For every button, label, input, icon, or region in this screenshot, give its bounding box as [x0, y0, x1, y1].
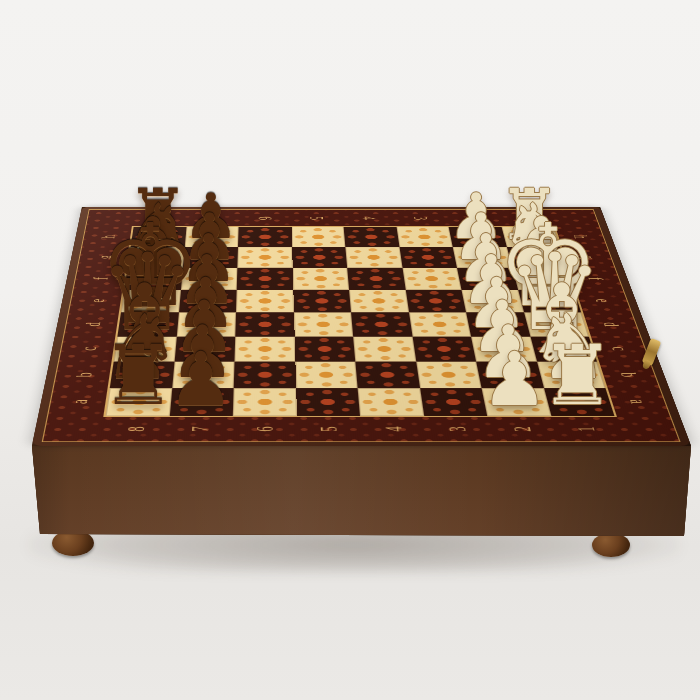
square-f1 [512, 268, 574, 290]
square-b8 [110, 362, 174, 388]
square-a6 [233, 388, 297, 416]
square-g5 [292, 247, 347, 268]
square-d6 [235, 312, 294, 336]
square-b5 [295, 362, 358, 388]
square-e1 [518, 290, 582, 313]
square-e7 [178, 290, 236, 313]
square-b2 [476, 362, 543, 388]
label-rank-near-8: 8 [122, 423, 150, 435]
square-c2 [471, 336, 537, 361]
square-b1 [537, 362, 606, 388]
square-e5 [293, 290, 351, 313]
square-f7 [181, 268, 238, 290]
label-rank-far-3: 3 [409, 214, 432, 222]
square-d5 [294, 312, 354, 336]
label-file-left-d: d [80, 319, 106, 329]
board-scene: 8877665544332211hhggffeeddccbbaa [60, 22, 640, 602]
square-h2 [449, 227, 507, 247]
square-f5 [292, 268, 349, 290]
square-g2 [453, 247, 512, 268]
label-rank-near-7: 7 [186, 423, 214, 435]
square-a5 [296, 388, 360, 416]
label-rank-far-2: 2 [461, 214, 485, 222]
square-b7 [172, 362, 235, 388]
chess-grid [103, 226, 617, 417]
square-e6 [236, 290, 294, 313]
square-h1 [501, 227, 560, 247]
square-f8 [124, 268, 182, 290]
label-rank-near-2: 2 [507, 423, 537, 435]
label-rank-near-4: 4 [379, 423, 407, 435]
label-file-right-h: h [568, 233, 593, 241]
square-f2 [457, 268, 518, 290]
label-rank-far-1: 1 [513, 214, 537, 222]
label-rank-near-5: 5 [315, 423, 343, 435]
photo-scene: 8877665544332211hhggffeeddccbbaa ♜♞♝♛♚♝♞… [0, 0, 700, 700]
label-file-left-g: g [92, 253, 116, 262]
square-a7 [169, 388, 233, 416]
square-e2 [461, 290, 523, 313]
label-file-left-h: h [96, 233, 120, 241]
square-e3 [405, 290, 466, 313]
square-e8 [121, 290, 181, 313]
label-rank-far-7: 7 [202, 214, 224, 222]
label-rank-far-5: 5 [306, 214, 328, 222]
label-rank-near-3: 3 [443, 423, 472, 435]
square-g4 [345, 247, 402, 268]
label-rank-far-8: 8 [149, 214, 172, 222]
square-h7 [184, 227, 238, 247]
square-h3 [396, 227, 453, 247]
label-file-right-f: f [582, 274, 608, 283]
square-g8 [128, 247, 185, 268]
square-b6 [234, 362, 296, 388]
square-e4 [349, 290, 409, 313]
square-c8 [114, 336, 177, 361]
label-rank-near-1: 1 [571, 423, 601, 435]
square-g3 [399, 247, 457, 268]
square-g6 [237, 247, 292, 268]
square-a1 [543, 388, 614, 416]
label-file-right-c: c [606, 344, 635, 355]
label-file-right-d: d [597, 319, 625, 329]
square-h5 [291, 227, 345, 247]
square-b3 [416, 362, 482, 388]
label-file-left-c: c [75, 344, 102, 355]
label-file-left-a: a [65, 396, 93, 408]
label-file-left-e: e [84, 296, 109, 306]
square-f6 [237, 268, 293, 290]
label-file-right-b: b [614, 369, 643, 380]
label-rank-far-6: 6 [254, 214, 276, 222]
square-g1 [506, 247, 566, 268]
label-rank-far-4: 4 [358, 214, 381, 222]
square-d3 [409, 312, 471, 336]
square-c5 [294, 336, 355, 361]
label-file-left-f: f [88, 274, 113, 283]
square-h4 [344, 227, 399, 247]
square-c3 [412, 336, 476, 361]
square-b4 [355, 362, 419, 388]
square-c6 [234, 336, 294, 361]
label-file-right-g: g [575, 253, 601, 262]
square-f3 [402, 268, 461, 290]
square-g7 [182, 247, 238, 268]
square-d2 [466, 312, 530, 336]
square-a8 [106, 388, 172, 416]
square-d8 [117, 312, 178, 336]
square-d4 [351, 312, 412, 336]
square-a4 [358, 388, 424, 416]
square-h8 [131, 227, 186, 247]
label-file-left-b: b [70, 369, 97, 380]
label-file-right-a: a [623, 396, 653, 408]
board-lid: 8877665544332211hhggffeeddccbbaa [32, 207, 691, 446]
square-a2 [482, 388, 551, 416]
square-a3 [420, 388, 488, 416]
label-rank-near-6: 6 [251, 423, 278, 435]
square-c1 [530, 336, 597, 361]
square-h6 [238, 227, 292, 247]
board-print: 8877665544332211hhggffeeddccbbaa [42, 209, 681, 442]
square-f4 [347, 268, 405, 290]
square-c7 [174, 336, 235, 361]
label-file-right-e: e [590, 296, 617, 306]
square-d1 [524, 312, 589, 336]
square-c4 [353, 336, 416, 361]
square-d7 [176, 312, 236, 336]
